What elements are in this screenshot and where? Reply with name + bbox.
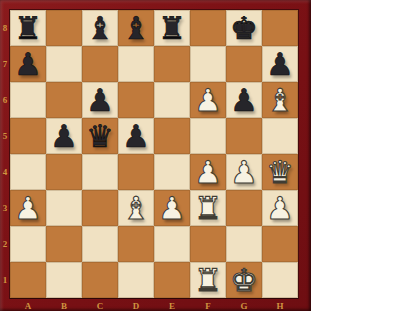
black-rook-a8: ♜ xyxy=(14,10,42,46)
white-king-g1: ♚ xyxy=(230,262,258,298)
chess-board-frame: 87654321 ♜♝♝♜♚♟♟♟♟♟♝♟♛♟♟♟♛♟♝♟♜♟♜♚ ABCDEF… xyxy=(0,0,311,311)
square-c6[interactable]: ♟ xyxy=(82,82,118,118)
square-d7[interactable] xyxy=(118,46,154,82)
rank-label-4: 4 xyxy=(0,154,10,190)
square-f8[interactable] xyxy=(190,10,226,46)
black-pawn-h7: ♟ xyxy=(266,46,294,82)
file-label-f: F xyxy=(190,299,226,311)
square-f4[interactable]: ♟ xyxy=(190,154,226,190)
rank-label-5: 5 xyxy=(0,118,10,154)
square-b7[interactable] xyxy=(46,46,82,82)
square-f5[interactable] xyxy=(190,118,226,154)
black-pawn-g6: ♟ xyxy=(230,82,258,118)
square-d5[interactable]: ♟ xyxy=(118,118,154,154)
square-a5[interactable] xyxy=(10,118,46,154)
file-label-e: E xyxy=(154,299,190,311)
file-labels: ABCDEFGH xyxy=(10,298,298,311)
square-e8[interactable]: ♜ xyxy=(154,10,190,46)
square-h3[interactable]: ♟ xyxy=(262,190,298,226)
square-b3[interactable] xyxy=(46,190,82,226)
black-rook-e8: ♜ xyxy=(158,10,186,46)
square-c7[interactable] xyxy=(82,46,118,82)
black-bishop-d8: ♝ xyxy=(122,10,150,46)
square-b6[interactable] xyxy=(46,82,82,118)
chess-board: ♜♝♝♜♚♟♟♟♟♟♝♟♛♟♟♟♛♟♝♟♜♟♜♚ xyxy=(10,10,298,298)
rank-label-6: 6 xyxy=(0,82,10,118)
square-c8[interactable]: ♝ xyxy=(82,10,118,46)
square-d3[interactable]: ♝ xyxy=(118,190,154,226)
square-b8[interactable] xyxy=(46,10,82,46)
square-c4[interactable] xyxy=(82,154,118,190)
square-b5[interactable]: ♟ xyxy=(46,118,82,154)
square-h4[interactable]: ♛ xyxy=(262,154,298,190)
file-label-h: H xyxy=(262,299,298,311)
square-d8[interactable]: ♝ xyxy=(118,10,154,46)
black-bishop-c8: ♝ xyxy=(86,10,114,46)
white-pawn-a3: ♟ xyxy=(14,190,42,226)
square-h8[interactable] xyxy=(262,10,298,46)
file-label-d: D xyxy=(118,299,154,311)
square-a7[interactable]: ♟ xyxy=(10,46,46,82)
square-e6[interactable] xyxy=(154,82,190,118)
square-g8[interactable]: ♚ xyxy=(226,10,262,46)
black-pawn-b5: ♟ xyxy=(50,118,78,154)
square-h5[interactable] xyxy=(262,118,298,154)
page: 87654321 ♜♝♝♜♚♟♟♟♟♟♝♟♛♟♟♟♛♟♝♟♜♟♜♚ ABCDEF… xyxy=(0,0,414,311)
square-a8[interactable]: ♜ xyxy=(10,10,46,46)
square-f6[interactable]: ♟ xyxy=(190,82,226,118)
square-a6[interactable] xyxy=(10,82,46,118)
white-bishop-d3: ♝ xyxy=(122,190,150,226)
square-g4[interactable]: ♟ xyxy=(226,154,262,190)
square-g3[interactable] xyxy=(226,190,262,226)
square-d4[interactable] xyxy=(118,154,154,190)
white-pawn-f4: ♟ xyxy=(194,154,222,190)
square-a2[interactable] xyxy=(10,226,46,262)
square-f2[interactable] xyxy=(190,226,226,262)
square-g2[interactable] xyxy=(226,226,262,262)
square-e5[interactable] xyxy=(154,118,190,154)
square-h2[interactable] xyxy=(262,226,298,262)
square-b4[interactable] xyxy=(46,154,82,190)
file-label-g: G xyxy=(226,299,262,311)
square-f3[interactable]: ♜ xyxy=(190,190,226,226)
square-d2[interactable] xyxy=(118,226,154,262)
black-queen-c5: ♛ xyxy=(86,118,114,154)
square-c2[interactable] xyxy=(82,226,118,262)
white-pawn-e3: ♟ xyxy=(158,190,186,226)
square-g5[interactable] xyxy=(226,118,262,154)
square-c1[interactable] xyxy=(82,262,118,298)
white-queen-h4: ♛ xyxy=(266,154,294,190)
square-a3[interactable]: ♟ xyxy=(10,190,46,226)
black-pawn-d5: ♟ xyxy=(122,118,150,154)
square-c3[interactable] xyxy=(82,190,118,226)
rank-label-7: 7 xyxy=(0,46,10,82)
square-d1[interactable] xyxy=(118,262,154,298)
white-rook-f3: ♜ xyxy=(194,190,222,226)
rank-labels: 87654321 xyxy=(0,10,10,298)
white-pawn-f6: ♟ xyxy=(194,82,222,118)
square-d6[interactable] xyxy=(118,82,154,118)
square-e1[interactable] xyxy=(154,262,190,298)
square-c5[interactable]: ♛ xyxy=(82,118,118,154)
square-e3[interactable]: ♟ xyxy=(154,190,190,226)
square-a4[interactable] xyxy=(10,154,46,190)
square-g6[interactable]: ♟ xyxy=(226,82,262,118)
square-h6[interactable]: ♝ xyxy=(262,82,298,118)
white-bishop-h6: ♝ xyxy=(266,82,294,118)
black-king-g8: ♚ xyxy=(230,10,258,46)
white-pawn-g4: ♟ xyxy=(230,154,258,190)
square-e7[interactable] xyxy=(154,46,190,82)
white-rook-f1: ♜ xyxy=(194,262,222,298)
rank-label-1: 1 xyxy=(0,262,10,298)
square-g7[interactable] xyxy=(226,46,262,82)
square-e2[interactable] xyxy=(154,226,190,262)
black-pawn-a7: ♟ xyxy=(14,46,42,82)
square-e4[interactable] xyxy=(154,154,190,190)
black-pawn-c6: ♟ xyxy=(86,82,114,118)
rank-label-8: 8 xyxy=(0,10,10,46)
file-label-b: B xyxy=(46,299,82,311)
square-f1[interactable]: ♜ xyxy=(190,262,226,298)
square-a1[interactable] xyxy=(10,262,46,298)
square-f7[interactable] xyxy=(190,46,226,82)
square-h7[interactable]: ♟ xyxy=(262,46,298,82)
rank-label-3: 3 xyxy=(0,190,10,226)
file-label-a: A xyxy=(10,299,46,311)
square-g1[interactable]: ♚ xyxy=(226,262,262,298)
square-b1[interactable] xyxy=(46,262,82,298)
file-label-c: C xyxy=(82,299,118,311)
square-h1[interactable] xyxy=(262,262,298,298)
square-b2[interactable] xyxy=(46,226,82,262)
white-pawn-h3: ♟ xyxy=(266,190,294,226)
rank-label-2: 2 xyxy=(0,226,10,262)
